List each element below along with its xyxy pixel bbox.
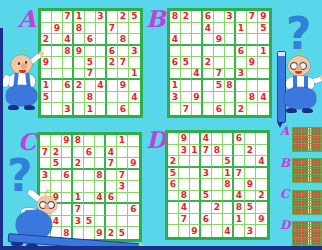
cell-c-r5c5[interactable] [84,181,95,193]
cell-d-r1c2: 9 [179,133,190,145]
cell-a-r6c3[interactable] [63,69,74,81]
cell-d-r9c2[interactable] [179,225,190,237]
cell-d-r5c3[interactable] [190,179,201,191]
cell-b-r6c6[interactable] [225,69,236,81]
cell-c-r9c6: 9 [95,227,106,239]
cell-b-r1c7[interactable] [236,11,247,23]
cell-c-r5c8: 3 [117,181,128,193]
cell-c-r1c9[interactable] [128,135,139,147]
cell-c-r4c9[interactable] [128,170,139,182]
cell-a-r6c8[interactable] [118,69,129,81]
cell-c-r1c6[interactable] [95,135,106,147]
shoe [286,108,297,113]
cell-b-r4c8[interactable] [247,46,258,58]
cell-a-r5c7: 2 [107,57,118,69]
cell-d-r1c8[interactable] [245,133,256,145]
cell-a-r4c2[interactable] [52,46,63,58]
nose [296,65,302,70]
cell-a-r2c5[interactable] [85,23,96,35]
cell-a-r9c2[interactable] [52,103,63,115]
cell-d-r2c5: 8 [212,145,223,157]
cell-a-r3c1: 2 [41,34,52,46]
cell-c-r9c5[interactable] [84,227,95,239]
cell-c-r6c5[interactable] [84,193,95,205]
cell-a-r8c7[interactable] [107,92,118,104]
cell-c-r3c5[interactable] [84,158,95,170]
cell-c-r6c9[interactable] [128,193,139,205]
cell-c-r2c7: 4 [106,147,117,159]
cell-a-r6c2[interactable] [52,69,63,81]
answer-key-label-c: C [280,187,290,201]
cell-d-r3c1: 2 [168,156,179,168]
cell-c-r2c6[interactable] [95,147,106,159]
cell-c-r7c4: 7 [73,204,84,216]
cell-b-r1c8: 7 [247,11,258,23]
cell-a-r9c4[interactable] [74,103,85,115]
cell-b-r9c6[interactable] [225,103,236,115]
cell-d-r9c8: 3 [245,225,256,237]
answer-key-label-b: B [280,156,290,170]
cell-c-r4c2[interactable] [51,170,62,182]
cell-d-r5c1: 6 [168,179,179,191]
cell-d-r9c9[interactable] [256,225,267,237]
cell-d-r3c4[interactable] [201,156,212,168]
cell-a-r7c5[interactable] [85,80,96,92]
cell-d-r8c1[interactable] [168,214,179,226]
cell-d-r2c6[interactable] [223,145,234,157]
cell-a-r1c2[interactable] [52,11,63,23]
cell-d-r1c1[interactable] [168,133,179,145]
cell-b-r1c5[interactable] [214,11,225,23]
cell-c-r6c6: 4 [95,193,106,205]
cell-b-r3c5: 9 [214,34,225,46]
cell-a-r9c5: 1 [85,103,96,115]
sudoku-grid-b: 826379415496165294731583984762 [167,8,272,118]
cell-a-r5c5: 5 [85,57,96,69]
cell-d-r1c3[interactable] [190,133,201,145]
cell-b-r3c7[interactable] [236,34,247,46]
cell-a-r4c5[interactable] [85,46,96,58]
cell-d-r1c4: 4 [201,133,212,145]
gnome-character-glasses [281,50,322,126]
cell-a-r7c9[interactable] [129,80,140,92]
cell-a-r3c5: 6 [85,34,96,46]
cell-d-r3c8[interactable] [245,156,256,168]
cell-d-r1c6[interactable] [223,133,234,145]
cell-c-r5c4[interactable] [73,181,84,193]
cell-b-r2c1[interactable] [170,23,181,35]
cell-c-r7c5[interactable] [84,204,95,216]
cell-b-r8c3: 9 [192,92,203,104]
cell-b-r3c3[interactable] [192,34,203,46]
cell-d-r6c1[interactable] [168,191,179,203]
cell-d-r6c7: 4 [234,191,245,203]
cell-b-r4c4[interactable] [203,46,214,58]
cell-d-r6c9: 2 [256,191,267,203]
cell-b-r2c6[interactable] [225,23,236,35]
cell-c-r5c7[interactable] [106,181,117,193]
cell-d-r5c9[interactable] [256,179,267,191]
cell-c-r5c6[interactable] [95,181,106,193]
cell-d-r9c1[interactable] [168,225,179,237]
cell-c-r8c6[interactable] [95,216,106,228]
cell-c-r3c6[interactable] [95,158,106,170]
cell-b-r9c5: 6 [214,103,225,115]
cell-d-r1c7: 6 [234,133,245,145]
cell-a-r8c3[interactable] [63,92,74,104]
cell-b-r5c8: 9 [247,57,258,69]
cell-a-r2c3[interactable] [63,23,74,35]
cell-a-r4c9: 3 [129,46,140,58]
cell-a-r9c6[interactable] [96,103,107,115]
cell-d-r9c7[interactable] [234,225,245,237]
cell-b-r7c6: 8 [225,80,236,92]
cell-b-r5c6[interactable] [225,57,236,69]
cell-a-r1c1[interactable] [41,11,52,23]
cell-c-r6c8[interactable] [117,193,128,205]
cell-a-r5c2[interactable] [52,57,63,69]
cell-d-r4c9[interactable] [256,168,267,180]
cell-c-r2c1: 7 [40,147,51,159]
cell-d-r3c9: 4 [256,156,267,168]
shoe [24,105,35,110]
cell-c-r3c8[interactable] [117,158,128,170]
cell-d-r7c3[interactable] [190,202,201,214]
cell-d-r3c7[interactable] [234,156,245,168]
cell-b-r9c9[interactable] [258,103,269,115]
cell-b-r2c2[interactable] [181,23,192,35]
cell-a-r7c6: 4 [96,80,107,92]
hand [39,51,44,56]
cell-d-r5c6: 8 [223,179,234,191]
cell-c-r5c2[interactable] [51,181,62,193]
cell-d-r5c7[interactable] [234,179,245,191]
cell-d-r7c6[interactable] [223,202,234,214]
cell-d-r2c4: 7 [201,145,212,157]
cell-d-r3c5[interactable] [212,156,223,168]
left-border [0,28,3,250]
cell-c-r1c7[interactable] [106,135,117,147]
answer-key-grid-d [292,221,322,246]
cell-b-r7c7[interactable] [236,80,247,92]
cell-c-r8c7[interactable] [106,216,117,228]
cell-c-r7c9: 6 [128,204,139,216]
cell-a-r8c8[interactable] [118,92,129,104]
cell-a-r8c2[interactable] [52,92,63,104]
cell-a-r1c3: 7 [63,11,74,23]
cell-c-r2c2: 2 [51,147,62,159]
cell-b-r2c7: 1 [236,23,247,35]
cell-d-r3c6: 5 [223,156,234,168]
cell-a-r9c9[interactable] [129,103,140,115]
cell-d-r7c4[interactable] [201,202,212,214]
cell-b-r4c5[interactable] [214,46,225,58]
cell-c-r7c8[interactable] [117,204,128,216]
answer-key-cell [318,243,321,246]
cell-a-r3c7[interactable] [107,34,118,46]
cell-d-r9c3: 9 [190,225,201,237]
cell-b-r2c3[interactable] [192,23,203,35]
cell-b-r6c7: 3 [236,69,247,81]
cell-d-r4c4: 3 [201,168,212,180]
cell-b-r7c5: 5 [214,80,225,92]
cell-a-r2c6[interactable] [96,23,107,35]
cell-a-r2c1[interactable] [41,23,52,35]
cell-a-r5c8: 7 [118,57,129,69]
cell-a-r2c7: 7 [107,23,118,35]
cell-d-r4c7: 7 [234,168,245,180]
cell-b-r8c6[interactable] [225,92,236,104]
cell-b-r8c5[interactable] [214,92,225,104]
cell-b-r6c1[interactable] [170,69,181,81]
cell-a-r6c4[interactable] [74,69,85,81]
cell-d-r8c5[interactable] [212,214,223,226]
cell-a-r7c8: 9 [118,80,129,92]
cell-b-r8c8: 8 [247,92,258,104]
cell-b-r5c5[interactable] [214,57,225,69]
cell-d-r3c3[interactable] [190,156,201,168]
cell-c-r3c3[interactable] [62,158,73,170]
answer-key-grid-a [292,127,322,152]
answer-key-cell [318,180,321,183]
sudoku-worksheet: A B C D 71325987246889639527711624958431… [0,0,322,250]
cell-d-r1c9[interactable] [256,133,267,145]
cell-c-r4c7[interactable] [106,170,117,182]
cell-b-r4c6[interactable] [225,46,236,58]
cell-d-r4c1: 5 [168,168,179,180]
cell-d-r8c3[interactable] [190,214,201,226]
cell-c-r1c1[interactable] [40,135,51,147]
cell-a-r4c6[interactable] [96,46,107,58]
answer-key-grid-b [292,158,322,183]
cell-c-r8c4: 3 [73,216,84,228]
cell-a-r3c6[interactable] [96,34,107,46]
cell-c-r7c7[interactable] [106,204,117,216]
cell-b-r9c2: 7 [181,103,192,115]
cell-a-r8c4[interactable] [74,92,85,104]
cell-b-r3c1: 4 [170,34,181,46]
cell-a-r7c3: 6 [63,80,74,92]
cell-b-r3c8[interactable] [247,34,258,46]
cell-a-r9c8: 6 [118,103,129,115]
cell-d-r7c5: 2 [212,202,223,214]
cell-b-r4c3[interactable] [192,46,203,58]
nose [21,63,27,69]
cell-c-r2c8[interactable] [117,147,128,159]
cell-c-r4c1: 3 [40,170,51,182]
cell-a-r5c9[interactable] [129,57,140,69]
cell-b-r5c4: 2 [203,57,214,69]
cell-a-r1c4: 1 [74,11,85,23]
cell-a-r4c3: 8 [63,46,74,58]
cell-b-r5c7[interactable] [236,57,247,69]
cell-b-r6c4[interactable] [203,69,214,81]
cell-d-r2c3: 1 [190,145,201,157]
cell-d-r7c9[interactable] [256,202,267,214]
cell-a-r2c8[interactable] [118,23,129,35]
cell-d-r6c5[interactable] [212,191,223,203]
cell-d-r4c5[interactable] [212,168,223,180]
cell-d-r5c4[interactable] [201,179,212,191]
cell-b-r6c8[interactable] [247,69,258,81]
cell-c-r2c4[interactable] [73,147,84,159]
answer-key-grid-c [292,190,322,215]
cell-d-r9c5[interactable] [212,225,223,237]
cell-c-r9c8: 5 [117,227,128,239]
cell-d-r2c1[interactable] [168,145,179,157]
answer-key-cell [318,212,321,215]
cell-b-r9c4[interactable] [203,103,214,115]
eye [18,62,20,65]
cell-b-r3c6[interactable] [225,34,236,46]
cell-c-r3c7: 7 [106,158,117,170]
cell-b-r5c2: 5 [181,57,192,69]
cell-d-r9c4[interactable] [201,225,212,237]
cell-b-r4c2[interactable] [181,46,192,58]
cell-a-r2c9[interactable] [129,23,140,35]
cell-c-r1c4: 8 [73,135,84,147]
cell-d-r2c8: 2 [245,145,256,157]
cell-a-r6c7[interactable] [107,69,118,81]
cell-c-r4c5[interactable] [84,170,95,182]
cell-b-r2c9: 5 [258,23,269,35]
cell-d-r1c5[interactable] [212,133,223,145]
cell-a-r1c9: 5 [129,11,140,23]
pants [284,87,316,109]
cell-c-r9c9[interactable] [128,227,139,239]
cell-d-r6c4: 5 [201,191,212,203]
cell-c-r7c6[interactable] [95,204,106,216]
cell-d-r6c6[interactable] [223,191,234,203]
cell-a-r9c3: 3 [63,103,74,115]
cell-d-r4c8[interactable] [245,168,256,180]
cell-c-r1c5[interactable] [84,135,95,147]
cell-d-r7c8: 5 [245,202,256,214]
cell-c-r8c9[interactable] [128,216,139,228]
cell-d-r8c7: 1 [234,214,245,226]
cell-b-r4c7: 6 [236,46,247,58]
cell-c-r1c2[interactable] [51,135,62,147]
cell-c-r4c8: 7 [117,170,128,182]
cell-a-r7c7[interactable] [107,80,118,92]
cell-d-r5c5[interactable] [212,179,223,191]
cell-b-r7c4[interactable] [203,80,214,92]
cell-c-r5c3[interactable] [62,181,73,193]
cell-b-r3c9[interactable] [258,34,269,46]
cell-a-r8c5: 8 [85,92,96,104]
cell-b-r2c4: 4 [203,23,214,35]
sudoku-grid-d: 946317822545317689854242857619943 [165,130,270,240]
cell-b-r8c7[interactable] [236,92,247,104]
cell-b-r8c2[interactable] [181,92,192,104]
cell-b-r5c9[interactable] [258,57,269,69]
cell-a-r7c2[interactable] [52,80,63,92]
cell-b-r6c9[interactable] [258,69,269,81]
cell-a-r6c5: 7 [85,69,96,81]
cell-b-r9c1[interactable] [170,103,181,115]
cell-d-r6c8[interactable] [245,191,256,203]
cell-d-r2c7[interactable] [234,145,245,157]
cell-a-r6c6[interactable] [96,69,107,81]
cell-d-r2c2: 3 [179,145,190,157]
cell-b-r2c8[interactable] [247,23,258,35]
cell-d-r4c6: 1 [223,168,234,180]
cell-c-r6c7: 6 [106,193,117,205]
cell-b-r1c1: 8 [170,11,181,23]
cell-b-r1c3[interactable] [192,11,203,23]
cell-c-r3c2: 5 [51,158,62,170]
cell-b-r3c4[interactable] [203,34,214,46]
cell-a-r5c6[interactable] [96,57,107,69]
cell-d-r7c1[interactable] [168,202,179,214]
puzzle-label-a: A [18,5,36,32]
cell-b-r7c3[interactable] [192,80,203,92]
shoe [8,105,19,110]
cell-c-r3c4: 2 [73,158,84,170]
cell-d-r6c2: 8 [179,191,190,203]
cell-a-r5c3[interactable] [63,57,74,69]
cell-a-r3c2[interactable] [52,34,63,46]
cell-b-r8c9: 4 [258,92,269,104]
cell-a-r3c9[interactable] [129,34,140,46]
cell-d-r7c7: 8 [234,202,245,214]
cell-b-r7c8[interactable] [247,80,258,92]
cell-b-r7c2[interactable] [181,80,192,92]
cell-d-r6c3[interactable] [190,191,201,203]
cell-b-r7c1: 1 [170,80,181,92]
answer-key-cell [318,149,321,152]
cell-b-r7c9[interactable] [258,80,269,92]
cell-b-r4c1[interactable] [170,46,181,58]
cell-a-r8c6[interactable] [96,92,107,104]
cell-b-r9c8[interactable] [247,103,258,115]
cell-b-r2c5[interactable] [214,23,225,35]
cell-a-r8c9: 4 [129,92,140,104]
cell-c-r6c4: 1 [73,193,84,205]
cell-c-r4c6: 8 [95,170,106,182]
cell-a-r9c7[interactable] [107,103,118,115]
cell-d-r4c2[interactable] [179,168,190,180]
cell-a-r3c4[interactable] [74,34,85,46]
cell-d-r4c3[interactable] [190,168,201,180]
cell-a-r5c4[interactable] [74,57,85,69]
cell-d-r8c8[interactable] [245,214,256,226]
cell-c-r5c9[interactable] [128,181,139,193]
cell-d-r8c6[interactable] [223,214,234,226]
cell-c-r3c1[interactable] [40,158,51,170]
cell-b-r5c3[interactable] [192,57,203,69]
cell-a-r4c8[interactable] [118,46,129,58]
cell-c-r2c3[interactable] [62,147,73,159]
cell-c-r9c4[interactable] [73,227,84,239]
cell-d-r3c2[interactable] [179,156,190,168]
cell-b-r9c3[interactable] [192,103,203,115]
cell-a-r3c8: 8 [118,34,129,46]
cell-a-r1c8: 2 [118,11,129,23]
cell-b-r3c2[interactable] [181,34,192,46]
cell-b-r6c2[interactable] [181,69,192,81]
cell-b-r9c7: 2 [236,103,247,115]
cell-c-r9c7: 2 [106,227,117,239]
cell-c-r8c8[interactable] [117,216,128,228]
cell-c-r2c9[interactable] [128,147,139,159]
cell-c-r4c4[interactable] [73,170,84,182]
cell-b-r8c4[interactable] [203,92,214,104]
cell-a-r1c7[interactable] [107,11,118,23]
cell-a-r1c5[interactable] [85,11,96,23]
cell-d-r5c2[interactable] [179,179,190,191]
cell-d-r2c9[interactable] [256,145,267,157]
